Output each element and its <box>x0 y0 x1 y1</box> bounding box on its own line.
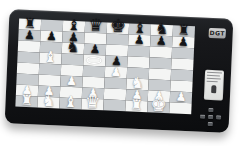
piece-black-pawn-h7[interactable]: ♟ <box>172 36 194 48</box>
piece-black-pawn-f7[interactable]: ♟ <box>128 34 150 46</box>
square-g1[interactable]: ♚ <box>147 101 169 113</box>
piece-white-rook-f1[interactable]: ♜ <box>125 98 148 112</box>
display-text-line <box>207 72 222 74</box>
button-center[interactable] <box>208 114 213 118</box>
display-text-line <box>207 75 220 77</box>
piece-black-king-e8[interactable]: ♚ <box>107 16 130 34</box>
square-b1[interactable]: ♞ <box>37 96 59 108</box>
display-text-line <box>207 78 221 80</box>
piece-black-queen-d8[interactable]: ♛ <box>85 16 108 33</box>
chess-board: ♜♝♛♚♝♞♜♟♟♟♟♟♟♞♟♝♟♟♟♞♟♟♟♟♟♟♜♞♝♛♜♚ <box>15 19 195 115</box>
dgt-centaur-chess-computer: DGT ♜♝♛♚♝♞♜♟♟♟♟♟♟♞♟♝♟♟♟♞♟♟♟♟♟♟♜♞♝♛♜♚ <box>5 9 234 133</box>
piece-white-pawn-e4[interactable]: ♟ <box>105 66 127 78</box>
epaper-display <box>204 70 224 101</box>
product-photo: DGT ♜♝♛♚♝♞♜♟♟♟♟♟♟♞♟♝♟♟♟♞♟♟♟♟♟♟♜♞♝♛♜♚ <box>0 0 240 146</box>
button-up[interactable] <box>208 107 213 111</box>
piece-black-pawn-a7[interactable]: ♟ <box>18 29 40 41</box>
display-piece-icon <box>211 85 216 93</box>
square-c1[interactable]: ♝ <box>59 97 81 109</box>
piece-white-pawn-c3[interactable]: ♟ <box>60 75 82 87</box>
piece-white-knight-b1[interactable]: ♞ <box>37 93 60 108</box>
dgt-logo: DGT <box>209 28 226 39</box>
square-a1[interactable]: ♜ <box>15 96 37 108</box>
piece-white-queen-d1[interactable]: ♛ <box>81 93 104 110</box>
piece-black-pawn-b7[interactable]: ♟ <box>40 30 62 42</box>
piece-black-knight-c6[interactable]: ♞ <box>62 39 85 54</box>
piece-white-bishop-c1[interactable]: ♝ <box>59 94 82 109</box>
button-down[interactable] <box>207 121 212 125</box>
piece-white-rook-a1[interactable]: ♜ <box>15 93 38 107</box>
square-h1[interactable] <box>169 102 191 114</box>
piece-white-bishop-b5[interactable]: ♝ <box>39 49 62 64</box>
square-e1[interactable] <box>103 99 125 111</box>
led-ring-d5 <box>86 57 101 65</box>
piece-white-pawn-h2[interactable]: ♟ <box>170 91 192 103</box>
piece-black-pawn-g7[interactable]: ♟ <box>150 35 172 47</box>
square-d1[interactable]: ♛ <box>81 98 103 110</box>
piece-white-king-g1[interactable]: ♚ <box>147 95 170 113</box>
square-f1[interactable]: ♜ <box>125 100 147 112</box>
piece-black-pawn-d6[interactable]: ♟ <box>84 43 106 55</box>
display-text-line <box>207 81 218 82</box>
button-left[interactable] <box>200 114 205 118</box>
button-pad <box>198 106 223 129</box>
button-right[interactable] <box>216 115 221 119</box>
